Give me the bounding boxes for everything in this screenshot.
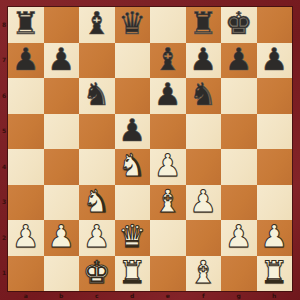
square-c1[interactable]: ♚ (79, 256, 115, 292)
square-b7[interactable]: ♟ (44, 43, 80, 79)
square-f7[interactable]: ♟ (186, 43, 222, 79)
piece-white-pawn-b2[interactable]: ♟ (47, 221, 75, 252)
piece-white-pawn-g2[interactable]: ♟ (225, 221, 253, 252)
square-e4[interactable]: ♟ (150, 149, 186, 185)
square-g5[interactable] (221, 114, 257, 150)
square-c8[interactable]: ♝ (79, 7, 115, 43)
square-h3[interactable] (257, 185, 293, 221)
file-label-a: a (8, 291, 44, 300)
square-d7[interactable] (115, 43, 151, 79)
piece-white-pawn-h2[interactable]: ♟ (260, 221, 288, 252)
square-d3[interactable] (115, 185, 151, 221)
rank-label-5: 5 (0, 128, 8, 134)
piece-white-pawn-e4[interactable]: ♟ (154, 150, 182, 181)
square-b4[interactable] (44, 149, 80, 185)
square-d2[interactable]: ♛ (115, 220, 151, 256)
square-a8[interactable]: ♜ (8, 7, 44, 43)
rank-label-4: 4 (0, 164, 8, 170)
file-label-e: e (150, 291, 186, 300)
square-e1[interactable] (150, 256, 186, 292)
square-g4[interactable] (221, 149, 257, 185)
square-b1[interactable] (44, 256, 80, 292)
piece-black-pawn-h7[interactable]: ♟ (260, 44, 288, 75)
square-c2[interactable]: ♟ (79, 220, 115, 256)
square-b5[interactable] (44, 114, 80, 150)
piece-black-pawn-g7[interactable]: ♟ (225, 44, 253, 75)
piece-white-king-c1[interactable]: ♚ (83, 257, 111, 288)
square-g8[interactable]: ♚ (221, 7, 257, 43)
piece-black-queen-d8[interactable]: ♛ (118, 8, 146, 39)
piece-black-knight-f6[interactable]: ♞ (189, 79, 217, 110)
file-label-c: c (79, 291, 115, 300)
square-f8[interactable]: ♜ (186, 7, 222, 43)
square-h5[interactable] (257, 114, 293, 150)
square-c4[interactable] (79, 149, 115, 185)
piece-white-pawn-f3[interactable]: ♟ (189, 186, 217, 217)
square-a1[interactable] (8, 256, 44, 292)
file-label-b: b (44, 291, 80, 300)
piece-white-bishop-f1[interactable]: ♝ (189, 257, 217, 288)
square-f5[interactable] (186, 114, 222, 150)
square-e8[interactable] (150, 7, 186, 43)
square-b3[interactable] (44, 185, 80, 221)
piece-black-knight-c6[interactable]: ♞ (83, 79, 111, 110)
piece-white-knight-d4[interactable]: ♞ (118, 150, 146, 181)
square-h6[interactable] (257, 78, 293, 114)
piece-white-pawn-a2[interactable]: ♟ (12, 221, 40, 252)
square-g3[interactable] (221, 185, 257, 221)
rank-label-1: 1 (0, 270, 8, 276)
piece-black-king-g8[interactable]: ♚ (225, 8, 253, 39)
square-c5[interactable] (79, 114, 115, 150)
square-g7[interactable]: ♟ (221, 43, 257, 79)
square-c7[interactable] (79, 43, 115, 79)
piece-white-rook-h1[interactable]: ♜ (260, 257, 288, 288)
square-g2[interactable]: ♟ (221, 220, 257, 256)
square-d5[interactable]: ♟ (115, 114, 151, 150)
chess-board-frame: ♜♝♛♜♚♟♟♝♟♟♟♞♟♞♟♞♟♞♝♟♟♟♟♛♟♟♚♜♝♜ 87654321a… (0, 0, 300, 300)
square-e3[interactable]: ♝ (150, 185, 186, 221)
file-label-g: g (221, 291, 257, 300)
square-f2[interactable] (186, 220, 222, 256)
rank-label-6: 6 (0, 93, 8, 99)
square-e7[interactable]: ♝ (150, 43, 186, 79)
piece-white-knight-c3[interactable]: ♞ (83, 186, 111, 217)
file-label-d: d (115, 291, 151, 300)
rank-label-8: 8 (0, 22, 8, 28)
piece-black-pawn-a7[interactable]: ♟ (12, 44, 40, 75)
square-g1[interactable] (221, 256, 257, 292)
file-label-f: f (186, 291, 222, 300)
chess-board: ♜♝♛♜♚♟♟♝♟♟♟♞♟♞♟♞♟♞♝♟♟♟♟♛♟♟♚♜♝♜ (8, 7, 292, 291)
square-a3[interactable] (8, 185, 44, 221)
square-a7[interactable]: ♟ (8, 43, 44, 79)
square-d6[interactable] (115, 78, 151, 114)
square-h7[interactable]: ♟ (257, 43, 293, 79)
square-c6[interactable]: ♞ (79, 78, 115, 114)
square-a6[interactable] (8, 78, 44, 114)
square-a4[interactable] (8, 149, 44, 185)
square-f4[interactable] (186, 149, 222, 185)
piece-black-pawn-e6[interactable]: ♟ (154, 79, 182, 110)
piece-white-bishop-e3[interactable]: ♝ (154, 186, 182, 217)
square-c3[interactable]: ♞ (79, 185, 115, 221)
square-f6[interactable]: ♞ (186, 78, 222, 114)
rank-label-3: 3 (0, 199, 8, 205)
rank-label-2: 2 (0, 235, 8, 241)
square-b6[interactable] (44, 78, 80, 114)
square-a2[interactable]: ♟ (8, 220, 44, 256)
square-h4[interactable] (257, 149, 293, 185)
piece-black-bishop-c8[interactable]: ♝ (83, 8, 111, 39)
square-b2[interactable]: ♟ (44, 220, 80, 256)
piece-black-rook-a8[interactable]: ♜ (12, 8, 40, 39)
piece-black-rook-f8[interactable]: ♜ (189, 8, 217, 39)
piece-white-rook-d1[interactable]: ♜ (118, 257, 146, 288)
piece-white-pawn-c2[interactable]: ♟ (83, 221, 111, 252)
rank-label-7: 7 (0, 57, 8, 63)
square-h1[interactable]: ♜ (257, 256, 293, 292)
square-f1[interactable]: ♝ (186, 256, 222, 292)
file-label-h: h (257, 291, 293, 300)
piece-black-bishop-e7[interactable]: ♝ (154, 44, 182, 75)
square-f3[interactable]: ♟ (186, 185, 222, 221)
piece-black-pawn-d5[interactable]: ♟ (118, 115, 146, 146)
square-d1[interactable]: ♜ (115, 256, 151, 292)
square-d4[interactable]: ♞ (115, 149, 151, 185)
square-g6[interactable] (221, 78, 257, 114)
square-b8[interactable] (44, 7, 80, 43)
square-d8[interactable]: ♛ (115, 7, 151, 43)
square-h2[interactable]: ♟ (257, 220, 293, 256)
piece-white-queen-d2[interactable]: ♛ (118, 221, 146, 252)
square-h8[interactable] (257, 7, 293, 43)
square-e5[interactable] (150, 114, 186, 150)
piece-black-pawn-b7[interactable]: ♟ (47, 44, 75, 75)
square-e2[interactable] (150, 220, 186, 256)
square-e6[interactable]: ♟ (150, 78, 186, 114)
square-a5[interactable] (8, 114, 44, 150)
piece-black-pawn-f7[interactable]: ♟ (189, 44, 217, 75)
